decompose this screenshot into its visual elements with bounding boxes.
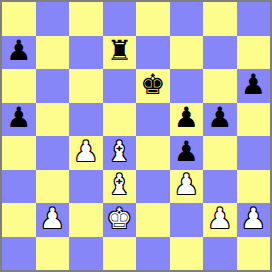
square-g1[interactable]: [203, 237, 237, 271]
square-h2[interactable]: ♟: [237, 203, 271, 237]
square-d4[interactable]: ♝: [103, 136, 137, 170]
square-h7[interactable]: [237, 36, 271, 70]
black-pawn[interactable]: ♟: [174, 138, 199, 166]
square-g5[interactable]: ♟: [203, 103, 237, 137]
square-e6[interactable]: ♚: [136, 69, 170, 103]
square-h8[interactable]: [237, 2, 271, 36]
square-h1[interactable]: [237, 237, 271, 271]
square-h4[interactable]: [237, 136, 271, 170]
black-king[interactable]: ♚: [140, 71, 165, 99]
square-d5[interactable]: [103, 103, 137, 137]
square-d7[interactable]: ♜: [103, 36, 137, 70]
square-d1[interactable]: [103, 237, 137, 271]
square-c7[interactable]: [69, 36, 103, 70]
square-h6[interactable]: ♟: [237, 69, 271, 103]
square-f7[interactable]: [170, 36, 204, 70]
square-f8[interactable]: [170, 2, 204, 36]
square-b5[interactable]: [36, 103, 70, 137]
square-a5[interactable]: ♟: [2, 103, 36, 137]
square-e2[interactable]: [136, 203, 170, 237]
square-g3[interactable]: [203, 170, 237, 204]
square-b3[interactable]: [36, 170, 70, 204]
square-c1[interactable]: [69, 237, 103, 271]
square-b2[interactable]: ♟: [36, 203, 70, 237]
square-d6[interactable]: [103, 69, 137, 103]
chess-board: ♟♜♚♟♟♟♟♟♝♟♝♟♟♚♟♟: [0, 0, 272, 272]
black-pawn[interactable]: ♟: [6, 104, 31, 132]
square-e5[interactable]: [136, 103, 170, 137]
square-g4[interactable]: [203, 136, 237, 170]
square-d8[interactable]: [103, 2, 137, 36]
white-pawn[interactable]: ♟: [40, 205, 65, 233]
square-c3[interactable]: [69, 170, 103, 204]
square-f1[interactable]: [170, 237, 204, 271]
square-c5[interactable]: [69, 103, 103, 137]
square-d2[interactable]: ♚: [103, 203, 137, 237]
white-bishop[interactable]: ♝: [107, 138, 132, 166]
square-a1[interactable]: [2, 237, 36, 271]
square-g8[interactable]: [203, 2, 237, 36]
square-c8[interactable]: [69, 2, 103, 36]
white-pawn[interactable]: ♟: [207, 205, 232, 233]
square-c4[interactable]: ♟: [69, 136, 103, 170]
square-a4[interactable]: [2, 136, 36, 170]
square-f5[interactable]: ♟: [170, 103, 204, 137]
black-pawn[interactable]: ♟: [174, 104, 199, 132]
square-b7[interactable]: [36, 36, 70, 70]
white-pawn[interactable]: ♟: [174, 171, 199, 199]
black-rook[interactable]: ♜: [107, 37, 132, 65]
square-c6[interactable]: [69, 69, 103, 103]
square-h5[interactable]: [237, 103, 271, 137]
square-e7[interactable]: [136, 36, 170, 70]
white-pawn[interactable]: ♟: [73, 138, 98, 166]
square-a6[interactable]: [2, 69, 36, 103]
square-e8[interactable]: [136, 2, 170, 36]
square-a7[interactable]: ♟: [2, 36, 36, 70]
square-f3[interactable]: ♟: [170, 170, 204, 204]
square-e3[interactable]: [136, 170, 170, 204]
square-b4[interactable]: [36, 136, 70, 170]
square-a3[interactable]: [2, 170, 36, 204]
square-d3[interactable]: ♝: [103, 170, 137, 204]
square-e1[interactable]: [136, 237, 170, 271]
black-pawn[interactable]: ♟: [6, 37, 31, 65]
square-a2[interactable]: [2, 203, 36, 237]
square-b8[interactable]: [36, 2, 70, 36]
square-b1[interactable]: [36, 237, 70, 271]
white-king[interactable]: ♚: [107, 205, 132, 233]
square-a8[interactable]: [2, 2, 36, 36]
square-h3[interactable]: [237, 170, 271, 204]
white-bishop[interactable]: ♝: [107, 171, 132, 199]
square-g6[interactable]: [203, 69, 237, 103]
white-pawn[interactable]: ♟: [241, 205, 266, 233]
square-f6[interactable]: [170, 69, 204, 103]
square-f4[interactable]: ♟: [170, 136, 204, 170]
square-b6[interactable]: [36, 69, 70, 103]
black-pawn[interactable]: ♟: [241, 71, 266, 99]
square-g2[interactable]: ♟: [203, 203, 237, 237]
square-f2[interactable]: [170, 203, 204, 237]
square-c2[interactable]: [69, 203, 103, 237]
black-pawn[interactable]: ♟: [207, 104, 232, 132]
square-e4[interactable]: [136, 136, 170, 170]
square-g7[interactable]: [203, 36, 237, 70]
